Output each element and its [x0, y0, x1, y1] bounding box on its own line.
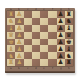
white-pawn[interactable]: ♟: [17, 45, 23, 51]
square-c7[interactable]: ♟: [57, 25, 65, 32]
square-a6[interactable]: [48, 11, 56, 18]
white-rook[interactable]: ♜: [8, 11, 14, 17]
black-rook[interactable]: ♜: [66, 11, 72, 17]
square-e7[interactable]: ♟: [57, 39, 65, 46]
square-h7[interactable]: ♟: [57, 59, 65, 66]
square-d7[interactable]: ♟: [57, 32, 65, 39]
square-d6[interactable]: [48, 32, 56, 39]
square-g5[interactable]: [40, 52, 48, 59]
white-pawn[interactable]: ♟: [17, 59, 23, 65]
square-c2[interactable]: ♟: [15, 25, 23, 32]
square-g8[interactable]: ♞: [65, 52, 73, 59]
square-g7[interactable]: ♟: [57, 52, 65, 59]
square-e3[interactable]: [24, 39, 32, 46]
black-knight[interactable]: ♞: [66, 52, 72, 58]
square-e2[interactable]: ♟: [15, 39, 23, 46]
square-b7[interactable]: ♟: [57, 18, 65, 25]
black-pawn[interactable]: ♟: [58, 18, 64, 24]
square-b5[interactable]: [40, 18, 48, 25]
board-grid: ♜♟♟♜♞♟♟♞♝♟♟♝♛♟♟♛♚♟♟♚♝♟♟♝♞♟♟♞♜♟♟♜: [7, 11, 73, 66]
square-e4[interactable]: [32, 39, 40, 46]
white-king[interactable]: ♚: [8, 39, 14, 45]
square-b6[interactable]: [48, 18, 56, 25]
square-a2[interactable]: ♟: [15, 11, 23, 18]
white-queen[interactable]: ♛: [8, 32, 14, 38]
square-c8[interactable]: ♝: [65, 25, 73, 32]
coordinate-label-h: h: [68, 67, 70, 70]
square-f1[interactable]: ♝: [7, 45, 15, 52]
square-c1[interactable]: ♝: [7, 25, 15, 32]
white-pawn[interactable]: ♟: [17, 11, 23, 17]
square-g4[interactable]: [32, 52, 40, 59]
coordinate-label-c: c: [27, 67, 28, 70]
black-knight[interactable]: ♞: [66, 18, 72, 24]
square-c4[interactable]: [32, 25, 40, 32]
square-a4[interactable]: [32, 11, 40, 18]
square-c3[interactable]: [24, 25, 32, 32]
black-bishop[interactable]: ♝: [66, 45, 72, 51]
square-f6[interactable]: [48, 45, 56, 52]
square-e5[interactable]: [40, 39, 48, 46]
coordinate-label-f: f: [52, 67, 53, 70]
square-b3[interactable]: [24, 18, 32, 25]
square-d3[interactable]: [24, 32, 32, 39]
square-e8[interactable]: ♚: [65, 39, 73, 46]
black-pawn[interactable]: ♟: [58, 11, 64, 17]
black-queen[interactable]: ♛: [66, 32, 72, 38]
black-bishop[interactable]: ♝: [66, 25, 72, 31]
square-a5[interactable]: [40, 11, 48, 18]
square-g6[interactable]: [48, 52, 56, 59]
square-f5[interactable]: [40, 45, 48, 52]
coordinate-label-b: b: [19, 67, 21, 70]
square-d1[interactable]: ♛: [7, 32, 15, 39]
black-pawn[interactable]: ♟: [58, 52, 64, 58]
square-e6[interactable]: [48, 39, 56, 46]
board-side-edge: [5, 71, 75, 73]
white-pawn[interactable]: ♟: [17, 39, 23, 45]
chess-board: abcdefgh ♜♟♟♜♞♟♟♞♝♟♟♝♛♟♟♛♚♟♟♚♝♟♟♝♞♟♟♞♜♟♟…: [5, 8, 75, 73]
product-photo: abcdefgh ♜♟♟♜♞♟♟♞♝♟♟♝♛♟♟♛♚♟♟♚♝♟♟♝♞♟♟♞♜♟♟…: [0, 0, 80, 80]
square-f3[interactable]: [24, 45, 32, 52]
white-knight[interactable]: ♞: [8, 52, 14, 58]
coordinate-label-d: d: [35, 67, 37, 70]
square-d8[interactable]: ♛: [65, 32, 73, 39]
square-a8[interactable]: ♜: [65, 11, 73, 18]
square-g3[interactable]: [24, 52, 32, 59]
square-f8[interactable]: ♝: [65, 45, 73, 52]
square-b1[interactable]: ♞: [7, 18, 15, 25]
square-f2[interactable]: ♟: [15, 45, 23, 52]
square-a1[interactable]: ♜: [7, 11, 15, 18]
black-pawn[interactable]: ♟: [58, 45, 64, 51]
coordinate-label-e: e: [43, 67, 45, 70]
black-king[interactable]: ♚: [66, 39, 72, 45]
square-h8[interactable]: ♜: [65, 59, 73, 66]
square-h3[interactable]: [24, 59, 32, 66]
square-f7[interactable]: ♟: [57, 45, 65, 52]
square-e1[interactable]: ♚: [7, 39, 15, 46]
white-pawn[interactable]: ♟: [17, 25, 23, 31]
square-d2[interactable]: ♟: [15, 32, 23, 39]
square-a7[interactable]: ♟: [57, 11, 65, 18]
square-g1[interactable]: ♞: [7, 52, 15, 59]
black-pawn[interactable]: ♟: [58, 25, 64, 31]
square-b8[interactable]: ♞: [65, 18, 73, 25]
coordinate-label-a: a: [10, 67, 12, 70]
white-rook[interactable]: ♜: [8, 59, 14, 65]
square-d5[interactable]: [40, 32, 48, 39]
square-b2[interactable]: ♟: [15, 18, 23, 25]
white-pawn[interactable]: ♟: [17, 18, 23, 24]
coordinate-label-g: g: [60, 67, 62, 70]
square-g2[interactable]: ♟: [15, 52, 23, 59]
white-bishop[interactable]: ♝: [8, 45, 14, 51]
square-d4[interactable]: [32, 32, 40, 39]
white-bishop[interactable]: ♝: [8, 25, 14, 31]
square-h2[interactable]: ♟: [15, 59, 23, 66]
square-c5[interactable]: [40, 25, 48, 32]
square-b4[interactable]: [32, 18, 40, 25]
square-h5[interactable]: [40, 59, 48, 66]
square-a3[interactable]: [24, 11, 32, 18]
white-pawn[interactable]: ♟: [17, 32, 23, 38]
white-knight[interactable]: ♞: [8, 18, 14, 24]
black-rook[interactable]: ♜: [66, 59, 72, 65]
white-pawn[interactable]: ♟: [17, 52, 23, 58]
black-pawn[interactable]: ♟: [58, 32, 64, 38]
square-h4[interactable]: [32, 59, 40, 66]
black-pawn[interactable]: ♟: [58, 39, 64, 45]
square-f4[interactable]: [32, 45, 40, 52]
square-h1[interactable]: ♜: [7, 59, 15, 66]
square-c6[interactable]: [48, 25, 56, 32]
square-h6[interactable]: [48, 59, 56, 66]
black-pawn[interactable]: ♟: [58, 59, 64, 65]
